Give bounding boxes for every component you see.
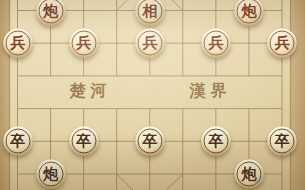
piece-相-red[interactable]: 相 xyxy=(135,0,164,25)
piece-炮-red[interactable]: 炮 xyxy=(36,0,65,25)
piece-label: 炮 xyxy=(241,167,256,182)
piece-label: 卒 xyxy=(10,134,25,149)
piece-卒-black[interactable]: 卒 xyxy=(267,127,296,156)
piece-label: 炮 xyxy=(241,3,256,18)
piece-label: 兵 xyxy=(142,36,157,51)
piece-炮-black[interactable]: 炮 xyxy=(36,160,65,189)
piece-label: 兵 xyxy=(208,36,223,51)
xiangqi-board: 楚河 漢界 炮相炮兵兵兵兵兵卒卒卒卒卒炮炮 xyxy=(0,0,305,190)
piece-炮-red[interactable]: 炮 xyxy=(234,0,263,25)
piece-卒-black[interactable]: 卒 xyxy=(69,127,98,156)
piece-label: 兵 xyxy=(274,36,289,51)
piece-label: 相 xyxy=(142,3,157,18)
piece-炮-black[interactable]: 炮 xyxy=(234,160,263,189)
piece-label: 卒 xyxy=(142,134,157,149)
piece-兵-red[interactable]: 兵 xyxy=(267,29,296,58)
piece-卒-black[interactable]: 卒 xyxy=(135,127,164,156)
piece-label: 兵 xyxy=(10,36,25,51)
piece-label: 卒 xyxy=(208,134,223,149)
piece-label: 炮 xyxy=(43,3,58,18)
piece-label: 卒 xyxy=(76,134,91,149)
piece-兵-red[interactable]: 兵 xyxy=(201,29,230,58)
piece-label: 兵 xyxy=(76,36,91,51)
piece-兵-red[interactable]: 兵 xyxy=(69,29,98,58)
piece-兵-red[interactable]: 兵 xyxy=(135,29,164,58)
piece-卒-black[interactable]: 卒 xyxy=(3,127,32,156)
piece-卒-black[interactable]: 卒 xyxy=(201,127,230,156)
piece-兵-red[interactable]: 兵 xyxy=(3,29,32,58)
piece-label: 炮 xyxy=(43,167,58,182)
piece-label: 卒 xyxy=(274,134,289,149)
pieces-layer: 炮相炮兵兵兵兵兵卒卒卒卒卒炮炮 xyxy=(0,0,305,190)
